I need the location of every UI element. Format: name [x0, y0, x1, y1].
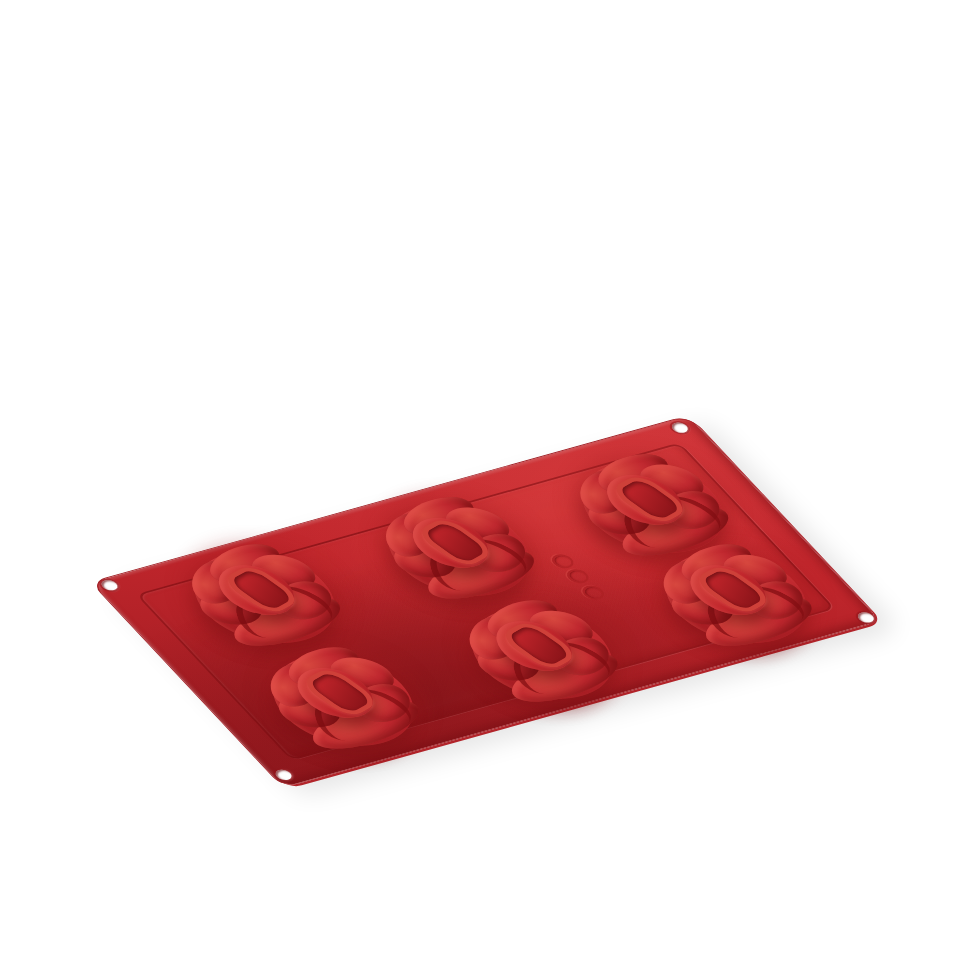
cavity-layer: [92, 416, 880, 787]
rose-cavity: [245, 641, 441, 759]
silicone-mold-tray: [90, 415, 881, 788]
mold-perspective-anchor: [90, 415, 881, 788]
rose-cavity: [444, 595, 640, 713]
rose-cavity: [361, 491, 557, 609]
rose-cavity: [167, 539, 363, 657]
photo-background: [0, 0, 966, 966]
